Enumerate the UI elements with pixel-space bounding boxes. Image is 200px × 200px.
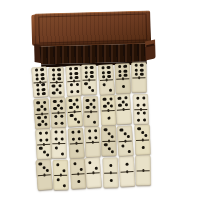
pip: [88, 86, 91, 89]
pip: [93, 120, 96, 123]
pip: [73, 117, 76, 120]
pip: [59, 84, 62, 87]
pip: [41, 119, 44, 122]
spinner-pin: [137, 76, 140, 79]
pip: [127, 135, 130, 138]
tile-half-bottom-1: [115, 78, 131, 94]
pip: [76, 106, 79, 109]
tile-half-bottom-0: [116, 109, 132, 125]
pip: [104, 143, 107, 146]
pip: [75, 98, 78, 101]
pip: [69, 76, 72, 79]
pip: [40, 68, 43, 71]
pip: [42, 166, 45, 169]
pip: [107, 132, 110, 135]
pip: [93, 99, 96, 102]
pip: [69, 68, 72, 71]
pip: [36, 84, 39, 87]
pip: [55, 131, 58, 134]
spinner-pin: [126, 170, 129, 173]
pip: [75, 149, 78, 152]
pip: [87, 114, 90, 117]
pip: [39, 147, 42, 150]
pip: [128, 149, 131, 152]
pip: [89, 102, 92, 105]
pip: [60, 107, 63, 110]
pip: [107, 66, 110, 69]
spinner-pin: [75, 142, 78, 145]
tile-half-bottom-2: [52, 143, 68, 158]
domino-tile-6-6[interactable]: [31, 66, 49, 97]
tile-half-bottom-5: [49, 82, 65, 97]
pip: [74, 67, 77, 70]
spinner-pin: [73, 110, 76, 113]
pip: [109, 178, 112, 181]
pip: [107, 75, 110, 78]
pip: [90, 70, 93, 73]
pip: [94, 129, 97, 132]
pip: [76, 90, 79, 93]
pip: [107, 147, 110, 150]
pip: [41, 77, 44, 80]
spinner-pin: [142, 169, 145, 172]
pip: [95, 166, 98, 169]
pip: [70, 90, 73, 93]
pip: [122, 84, 125, 87]
pip: [68, 99, 71, 102]
pip: [61, 137, 64, 140]
pip: [102, 75, 105, 78]
pip: [140, 68, 143, 71]
pip: [94, 136, 97, 139]
spinner-pin: [43, 143, 46, 146]
spinner-pin: [122, 108, 125, 111]
domino-tile-3-2[interactable]: [117, 125, 134, 156]
domino-tile-1-1[interactable]: [102, 157, 118, 187]
pip: [42, 83, 45, 86]
domino-tile-4-1[interactable]: [68, 128, 85, 159]
pip: [101, 67, 104, 70]
tile-half-bottom-1: [100, 110, 116, 126]
pip: [141, 146, 144, 149]
pip: [71, 131, 74, 134]
pip: [42, 87, 45, 90]
pip: [125, 103, 128, 106]
tile-half-bottom-3: [101, 141, 117, 156]
spinner-pin: [92, 171, 95, 174]
pip: [124, 73, 127, 76]
pip: [91, 89, 94, 92]
tile-half-bottom-2: [54, 175, 70, 190]
pip: [107, 116, 110, 119]
pip: [118, 65, 121, 68]
pip: [118, 97, 121, 100]
pip: [55, 146, 58, 149]
pip: [91, 75, 94, 78]
pip: [111, 150, 114, 153]
pip: [60, 115, 63, 118]
pip: [61, 152, 64, 155]
pip: [75, 76, 78, 79]
pip: [144, 134, 147, 137]
domino-tile-2-2[interactable]: [53, 160, 69, 190]
pip: [123, 132, 126, 135]
pip: [69, 72, 72, 75]
pip: [110, 135, 113, 138]
tile-half-bottom-0: [131, 77, 147, 92]
pip: [125, 162, 128, 165]
pip: [39, 132, 42, 135]
pip: [142, 118, 145, 121]
tile-half-bottom-3: [67, 111, 84, 127]
tile-half-bottom-0: [37, 174, 54, 190]
tile-half-bottom-0: [85, 142, 101, 158]
spinner-pin: [73, 79, 76, 82]
domino-tile-6-0[interactable]: [131, 62, 147, 92]
pip: [109, 97, 112, 100]
pip: [37, 116, 40, 119]
domino-tile-5-3[interactable]: [66, 96, 84, 127]
domino-tile-6-3[interactable]: [81, 64, 97, 94]
pip: [77, 137, 80, 140]
pip: [124, 65, 127, 68]
spinner-pin: [92, 141, 95, 144]
domino-tile-5-5[interactable]: [33, 98, 50, 129]
pip: [85, 66, 88, 69]
tile-half-bottom-1: [69, 143, 85, 159]
pip: [73, 162, 76, 165]
pip: [42, 92, 45, 95]
pip: [90, 66, 93, 69]
pip: [137, 127, 140, 130]
spinner-pin: [139, 108, 142, 111]
pip: [109, 163, 112, 166]
pip: [39, 138, 42, 141]
pip: [118, 70, 121, 73]
pip: [56, 163, 59, 166]
domino-tile-5-2[interactable]: [83, 96, 99, 126]
pip: [59, 91, 62, 94]
pip: [44, 123, 47, 126]
pip: [70, 114, 73, 117]
tile-half-bottom-6: [33, 81, 49, 97]
pip: [58, 69, 61, 72]
tile-half-bottom-1: [135, 139, 151, 155]
domino-tile-3-1[interactable]: [134, 124, 150, 155]
spinner-pin: [105, 78, 108, 81]
pip: [57, 178, 60, 181]
pip: [37, 92, 40, 95]
pip: [134, 73, 137, 76]
domino-tile-6-2[interactable]: [98, 64, 115, 95]
domino-tile-2-0[interactable]: [85, 157, 103, 188]
pip: [85, 82, 88, 85]
tile-half-bottom-2: [118, 140, 134, 156]
pip: [61, 122, 64, 125]
pip: [38, 123, 41, 126]
pip: [75, 83, 78, 86]
domino-tile-6-5[interactable]: [49, 67, 65, 97]
pip: [121, 100, 124, 103]
pip: [102, 83, 105, 86]
pip: [40, 104, 43, 107]
pip: [86, 106, 89, 109]
box-right-end: [145, 39, 155, 60]
tile-half-bottom-4: [51, 112, 67, 128]
domino-tile-4-4[interactable]: [132, 94, 148, 124]
pip: [63, 169, 66, 172]
pip: [121, 144, 124, 147]
pip: [58, 77, 61, 80]
pip: [118, 104, 121, 107]
pip: [61, 131, 64, 134]
pip: [35, 73, 38, 76]
pip: [36, 88, 39, 91]
tile-half-bottom-1: [103, 172, 119, 187]
tile-half-bottom-2: [99, 79, 115, 95]
pip: [140, 64, 143, 67]
pip: [136, 112, 139, 115]
tile-half-bottom-5: [34, 113, 50, 129]
pip: [38, 162, 41, 165]
pip: [46, 153, 49, 156]
pip: [77, 179, 80, 182]
pip: [86, 99, 89, 102]
pip: [85, 71, 88, 74]
pip: [134, 68, 137, 71]
spinner-pin: [43, 173, 46, 176]
spinner-pin: [39, 81, 42, 84]
spinner-pin: [77, 172, 80, 175]
pip: [124, 69, 127, 72]
pip: [142, 112, 145, 115]
spinner-pin: [109, 171, 112, 174]
tile-half-bottom-4: [133, 109, 149, 124]
pip: [110, 105, 113, 108]
pip: [77, 130, 80, 133]
pip: [103, 105, 106, 108]
box-lid: [34, 10, 151, 46]
pip: [69, 83, 72, 86]
domino-spread: [32, 62, 151, 190]
pip: [108, 88, 111, 91]
pip: [36, 101, 39, 104]
pip: [88, 161, 91, 164]
pip: [60, 100, 63, 103]
pip: [58, 73, 61, 76]
tile-half-bottom-3: [82, 79, 98, 94]
tile-half-bottom-0: [135, 170, 151, 185]
pip: [52, 91, 55, 94]
domino-tile-4-2[interactable]: [51, 128, 67, 158]
pip: [52, 84, 55, 87]
pip: [101, 71, 104, 74]
spinner-pin: [141, 138, 144, 141]
domino-tile-4-0[interactable]: [85, 127, 102, 158]
pip: [53, 100, 56, 103]
pip: [106, 101, 109, 104]
pip: [41, 73, 44, 76]
domino-tile-6-1[interactable]: [115, 63, 132, 94]
pip: [52, 69, 55, 72]
pip: [35, 69, 38, 72]
domino-tile-6-4[interactable]: [65, 65, 82, 96]
pip: [88, 136, 91, 139]
pip: [102, 98, 105, 101]
domino-box: [31, 10, 156, 67]
pip: [135, 97, 138, 100]
pip: [120, 128, 123, 131]
pip: [69, 106, 72, 109]
pip: [142, 103, 145, 106]
pip: [45, 132, 48, 135]
pip: [93, 106, 96, 109]
pip: [134, 64, 137, 67]
pip: [44, 116, 47, 119]
tile-half-bottom-2: [84, 111, 100, 126]
pip: [55, 122, 58, 125]
domino-tile-3-0[interactable]: [36, 159, 54, 190]
pip: [63, 184, 66, 187]
pip: [77, 120, 80, 123]
spinner-pin: [88, 78, 91, 81]
pip: [54, 107, 57, 110]
pip: [104, 128, 107, 131]
pip: [75, 71, 78, 74]
tile-half-bottom-3: [36, 144, 52, 160]
pip: [140, 72, 143, 75]
pip: [79, 167, 82, 170]
spinner-pin: [124, 140, 127, 143]
pip: [72, 102, 75, 105]
pip: [52, 73, 55, 76]
pip: [142, 97, 145, 100]
tile-half-bottom-4: [66, 80, 82, 96]
pip: [140, 131, 143, 134]
spinner-pin: [107, 140, 110, 143]
spinner-pin: [90, 110, 93, 113]
tile-half-bottom-0: [86, 172, 102, 188]
pip: [55, 137, 58, 140]
pip: [45, 138, 48, 141]
pip: [54, 115, 57, 118]
pip: [43, 150, 46, 153]
pip: [43, 101, 46, 104]
spinner-pin: [41, 112, 44, 115]
domino-tile-3-3[interactable]: [101, 126, 117, 156]
domino-tile-1-0[interactable]: [119, 156, 136, 187]
domino-tile-5-0[interactable]: [115, 94, 133, 125]
pip: [37, 108, 40, 111]
tile-half-bottom-0: [120, 171, 136, 187]
spinner-pin: [122, 77, 125, 80]
domino-tile-5-1[interactable]: [100, 95, 117, 126]
spinner-pin: [107, 109, 110, 112]
pip: [136, 103, 139, 106]
dominoes-set-photo: [0, 0, 200, 200]
pip: [107, 70, 110, 73]
pip: [88, 130, 91, 133]
pip: [71, 137, 74, 140]
pip: [125, 96, 128, 99]
pip: [46, 169, 49, 172]
tile-half-bottom-1: [70, 173, 86, 189]
domino-tile-4-3[interactable]: [35, 129, 52, 160]
domino-tile-5-4[interactable]: [51, 97, 67, 128]
domino-tile-0-0[interactable]: [135, 155, 151, 185]
pip: [44, 108, 47, 111]
pip: [136, 118, 139, 121]
